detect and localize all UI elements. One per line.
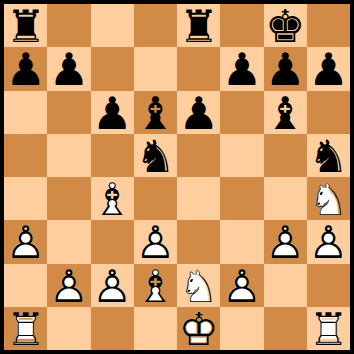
square-f4[interactable] xyxy=(220,177,263,220)
square-e7[interactable] xyxy=(177,47,220,90)
square-d6[interactable]: ♝ xyxy=(134,91,177,134)
square-g1[interactable] xyxy=(264,307,307,350)
piece-black-bishop[interactable]: ♝ xyxy=(264,91,307,134)
square-c2[interactable]: ♟♙ xyxy=(91,264,134,307)
square-h2[interactable] xyxy=(307,264,350,307)
square-f5[interactable] xyxy=(220,134,263,177)
piece-white-knight[interactable]: ♞♘ xyxy=(307,177,350,220)
square-c4[interactable]: ♝♗ xyxy=(91,177,134,220)
square-h3[interactable]: ♟♙ xyxy=(307,220,350,263)
square-g3[interactable]: ♟♙ xyxy=(264,220,307,263)
piece-outline-glyph: ♙ xyxy=(47,265,90,308)
square-a4[interactable] xyxy=(4,177,47,220)
piece-fill-glyph: ♟ xyxy=(264,48,307,91)
square-g5[interactable] xyxy=(264,134,307,177)
square-e4[interactable] xyxy=(177,177,220,220)
square-h8[interactable] xyxy=(307,4,350,47)
square-a7[interactable]: ♟ xyxy=(4,47,47,90)
piece-fill-glyph: ♟ xyxy=(47,48,90,91)
square-f2[interactable]: ♟♙ xyxy=(220,264,263,307)
piece-outline-glyph: ♙ xyxy=(134,221,177,264)
piece-fill-glyph: ♚ xyxy=(264,5,307,48)
piece-black-pawn[interactable]: ♟ xyxy=(47,47,90,90)
square-c5[interactable] xyxy=(91,134,134,177)
square-a2[interactable] xyxy=(4,264,47,307)
piece-outline-glyph: ♘ xyxy=(307,178,350,221)
square-h5[interactable]: ♞ xyxy=(307,134,350,177)
square-b2[interactable]: ♟♙ xyxy=(47,264,90,307)
square-d7[interactable] xyxy=(134,47,177,90)
piece-outline-glyph: ♔ xyxy=(177,308,220,351)
piece-white-pawn[interactable]: ♟♙ xyxy=(220,264,263,307)
piece-black-bishop[interactable]: ♝ xyxy=(134,91,177,134)
piece-fill-glyph: ♞ xyxy=(134,135,177,178)
piece-outline-glyph: ♖ xyxy=(4,308,47,351)
square-e8[interactable]: ♜ xyxy=(177,4,220,47)
square-f6[interactable] xyxy=(220,91,263,134)
piece-fill-glyph: ♞ xyxy=(307,135,350,178)
chess-board-frame: ♜♜♚♟♟♟♟♟♟♝♟♝♞♞♝♗♞♘♟♙♟♙♟♙♟♙♟♙♟♙♝♗♞♘♟♙♜♖♚♔… xyxy=(0,0,354,354)
piece-fill-glyph: ♟ xyxy=(307,48,350,91)
square-c7[interactable] xyxy=(91,47,134,90)
square-g4[interactable] xyxy=(264,177,307,220)
piece-black-pawn[interactable]: ♟ xyxy=(4,47,47,90)
square-a3[interactable]: ♟♙ xyxy=(4,220,47,263)
square-b6[interactable] xyxy=(47,91,90,134)
square-b7[interactable]: ♟ xyxy=(47,47,90,90)
square-d3[interactable]: ♟♙ xyxy=(134,220,177,263)
piece-white-knight[interactable]: ♞♘ xyxy=(177,264,220,307)
piece-white-pawn[interactable]: ♟♙ xyxy=(264,220,307,263)
square-b3[interactable] xyxy=(47,220,90,263)
piece-white-rook[interactable]: ♜♖ xyxy=(4,307,47,350)
piece-black-king[interactable]: ♚ xyxy=(264,4,307,47)
square-b8[interactable] xyxy=(47,4,90,47)
square-e6[interactable]: ♟ xyxy=(177,91,220,134)
piece-fill-glyph: ♜ xyxy=(177,5,220,48)
square-g2[interactable] xyxy=(264,264,307,307)
square-h1[interactable]: ♜♖ xyxy=(307,307,350,350)
square-h4[interactable]: ♞♘ xyxy=(307,177,350,220)
piece-fill-glyph: ♟ xyxy=(4,48,47,91)
square-d8[interactable] xyxy=(134,4,177,47)
piece-white-pawn[interactable]: ♟♙ xyxy=(4,220,47,263)
square-f7[interactable]: ♟ xyxy=(220,47,263,90)
square-e3[interactable] xyxy=(177,220,220,263)
chess-board: ♜♜♚♟♟♟♟♟♟♝♟♝♞♞♝♗♞♘♟♙♟♙♟♙♟♙♟♙♟♙♝♗♞♘♟♙♜♖♚♔… xyxy=(4,4,350,350)
piece-white-pawn[interactable]: ♟♙ xyxy=(307,220,350,263)
piece-black-pawn[interactable]: ♟ xyxy=(220,47,263,90)
square-d4[interactable] xyxy=(134,177,177,220)
piece-white-pawn[interactable]: ♟♙ xyxy=(134,220,177,263)
piece-fill-glyph: ♟ xyxy=(220,48,263,91)
piece-outline-glyph: ♘ xyxy=(177,265,220,308)
piece-outline-glyph: ♙ xyxy=(264,221,307,264)
piece-black-rook[interactable]: ♜ xyxy=(4,4,47,47)
square-f8[interactable] xyxy=(220,4,263,47)
square-a6[interactable] xyxy=(4,91,47,134)
square-g7[interactable]: ♟ xyxy=(264,47,307,90)
square-c3[interactable] xyxy=(91,220,134,263)
square-d1[interactable] xyxy=(134,307,177,350)
square-a8[interactable]: ♜ xyxy=(4,4,47,47)
piece-fill-glyph: ♟ xyxy=(91,92,134,135)
piece-outline-glyph: ♗ xyxy=(134,265,177,308)
square-c6[interactable]: ♟ xyxy=(91,91,134,134)
piece-black-rook[interactable]: ♜ xyxy=(177,4,220,47)
piece-outline-glyph: ♖ xyxy=(307,308,350,351)
piece-outline-glyph: ♗ xyxy=(91,178,134,221)
square-b1[interactable] xyxy=(47,307,90,350)
square-d2[interactable]: ♝♗ xyxy=(134,264,177,307)
piece-white-pawn[interactable]: ♟♙ xyxy=(91,264,134,307)
square-b5[interactable] xyxy=(47,134,90,177)
piece-white-rook[interactable]: ♜♖ xyxy=(307,307,350,350)
piece-black-pawn[interactable]: ♟ xyxy=(307,47,350,90)
piece-black-pawn[interactable]: ♟ xyxy=(264,47,307,90)
piece-black-knight[interactable]: ♞ xyxy=(307,134,350,177)
piece-outline-glyph: ♙ xyxy=(91,265,134,308)
square-e5[interactable] xyxy=(177,134,220,177)
piece-outline-glyph: ♙ xyxy=(220,265,263,308)
piece-black-pawn[interactable]: ♟ xyxy=(91,91,134,134)
square-a5[interactable] xyxy=(4,134,47,177)
piece-black-pawn[interactable]: ♟ xyxy=(177,91,220,134)
square-f3[interactable] xyxy=(220,220,263,263)
piece-white-king[interactable]: ♚♔ xyxy=(177,307,220,350)
piece-fill-glyph: ♝ xyxy=(134,92,177,135)
square-e2[interactable]: ♞♘ xyxy=(177,264,220,307)
square-f1[interactable] xyxy=(220,307,263,350)
piece-white-bishop[interactable]: ♝♗ xyxy=(134,264,177,307)
piece-fill-glyph: ♟ xyxy=(177,92,220,135)
piece-white-pawn[interactable]: ♟♙ xyxy=(47,264,90,307)
square-c1[interactable] xyxy=(91,307,134,350)
square-d5[interactable]: ♞ xyxy=(134,134,177,177)
piece-outline-glyph: ♙ xyxy=(4,221,47,264)
piece-fill-glyph: ♝ xyxy=(264,92,307,135)
piece-outline-glyph: ♙ xyxy=(307,221,350,264)
square-c8[interactable] xyxy=(91,4,134,47)
piece-white-bishop[interactable]: ♝♗ xyxy=(91,177,134,220)
square-b4[interactable] xyxy=(47,177,90,220)
piece-fill-glyph: ♜ xyxy=(4,5,47,48)
square-e1[interactable]: ♚♔ xyxy=(177,307,220,350)
square-g6[interactable]: ♝ xyxy=(264,91,307,134)
square-h7[interactable]: ♟ xyxy=(307,47,350,90)
piece-black-knight[interactable]: ♞ xyxy=(134,134,177,177)
square-a1[interactable]: ♜♖ xyxy=(4,307,47,350)
square-h6[interactable] xyxy=(307,91,350,134)
square-g8[interactable]: ♚ xyxy=(264,4,307,47)
